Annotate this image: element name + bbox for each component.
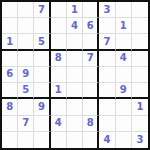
cell-r2c1[interactable] xyxy=(2,18,18,34)
given-digit: 1 xyxy=(6,37,13,47)
cell-r6c8[interactable]: 9 xyxy=(116,83,132,99)
cell-r1c2[interactable] xyxy=(18,2,34,18)
cell-r1c6[interactable] xyxy=(83,2,99,18)
cell-r3c1[interactable]: 1 xyxy=(2,34,18,50)
cell-r7c8[interactable] xyxy=(116,99,132,115)
cell-r3c7[interactable]: 7 xyxy=(99,34,115,50)
cell-r5c5[interactable] xyxy=(67,67,83,83)
cell-r1c3[interactable]: 7 xyxy=(34,2,50,18)
cell-r9c9[interactable]: 3 xyxy=(132,132,148,148)
given-digit: 1 xyxy=(71,5,78,15)
cell-r2c5[interactable]: 4 xyxy=(67,18,83,34)
given-digit: 7 xyxy=(87,53,94,63)
cell-r7c6[interactable] xyxy=(83,99,99,115)
given-digit: 9 xyxy=(120,85,127,95)
cell-r2c8[interactable]: 1 xyxy=(116,18,132,34)
cell-r6c1[interactable] xyxy=(2,83,18,99)
cell-r8c2[interactable]: 7 xyxy=(18,116,34,132)
given-digit: 3 xyxy=(136,135,143,145)
cell-r9c6[interactable] xyxy=(83,132,99,148)
given-digit: 6 xyxy=(6,69,13,79)
cell-r2c7[interactable] xyxy=(99,18,115,34)
given-digit: 8 xyxy=(55,53,62,63)
cell-r6c3[interactable] xyxy=(34,83,50,99)
cell-r4c8[interactable]: 4 xyxy=(116,51,132,67)
cell-r2c4[interactable] xyxy=(51,18,67,34)
given-digit: 1 xyxy=(120,21,127,31)
cell-r2c2[interactable] xyxy=(18,18,34,34)
cell-r4c2[interactable] xyxy=(18,51,34,67)
cell-r7c5[interactable] xyxy=(67,99,83,115)
cell-r2c9[interactable] xyxy=(132,18,148,34)
cell-r7c9[interactable]: 1 xyxy=(132,99,148,115)
cell-r5c6[interactable] xyxy=(83,67,99,83)
cell-r1c4[interactable] xyxy=(51,2,67,18)
cell-r7c4[interactable] xyxy=(51,99,67,115)
given-digit: 9 xyxy=(38,102,45,112)
given-digit: 1 xyxy=(136,102,143,112)
cell-r6c6[interactable] xyxy=(83,83,99,99)
cell-r4c1[interactable] xyxy=(2,51,18,67)
cell-r5c1[interactable]: 6 xyxy=(2,67,18,83)
cell-r9c3[interactable] xyxy=(34,132,50,148)
cell-r3c6[interactable] xyxy=(83,34,99,50)
given-digit: 7 xyxy=(38,5,45,15)
cell-r5c3[interactable] xyxy=(34,67,50,83)
given-digit: 6 xyxy=(87,21,94,31)
cell-r4c9[interactable] xyxy=(132,51,148,67)
cell-r9c4[interactable] xyxy=(51,132,67,148)
cell-r7c2[interactable] xyxy=(18,99,34,115)
sudoku-board: 7134611578746951989174843 xyxy=(0,0,150,150)
given-digit: 8 xyxy=(87,118,94,128)
cell-r1c5[interactable]: 1 xyxy=(67,2,83,18)
cell-r6c5[interactable] xyxy=(67,83,83,99)
cell-r8c9[interactable] xyxy=(132,116,148,132)
cell-r7c7[interactable] xyxy=(99,99,115,115)
given-digit: 5 xyxy=(22,85,29,95)
given-digit: 8 xyxy=(6,102,13,112)
cell-r3c3[interactable]: 5 xyxy=(34,34,50,50)
cell-r5c9[interactable] xyxy=(132,67,148,83)
cell-r1c9[interactable] xyxy=(132,2,148,18)
cell-r9c2[interactable] xyxy=(18,132,34,148)
cell-r1c1[interactable] xyxy=(2,2,18,18)
cell-r5c4[interactable] xyxy=(51,67,67,83)
cell-r2c6[interactable]: 6 xyxy=(83,18,99,34)
given-digit: 9 xyxy=(22,69,29,79)
cell-r3c2[interactable] xyxy=(18,34,34,50)
cell-r3c9[interactable] xyxy=(132,34,148,50)
cell-r3c8[interactable] xyxy=(116,34,132,50)
cell-r8c6[interactable]: 8 xyxy=(83,116,99,132)
cell-r3c5[interactable] xyxy=(67,34,83,50)
cell-r5c7[interactable] xyxy=(99,67,115,83)
cell-r4c3[interactable] xyxy=(34,51,50,67)
cell-r6c7[interactable] xyxy=(99,83,115,99)
cell-r8c7[interactable] xyxy=(99,116,115,132)
cell-r5c2[interactable]: 9 xyxy=(18,67,34,83)
cell-r6c2[interactable]: 5 xyxy=(18,83,34,99)
cell-r9c5[interactable] xyxy=(67,132,83,148)
cell-r3c4[interactable] xyxy=(51,34,67,50)
cell-r6c9[interactable] xyxy=(132,83,148,99)
cell-r9c7[interactable]: 4 xyxy=(99,132,115,148)
cell-r4c7[interactable] xyxy=(99,51,115,67)
cell-r1c7[interactable]: 3 xyxy=(99,2,115,18)
cell-r2c3[interactable] xyxy=(34,18,50,34)
cell-r4c6[interactable]: 7 xyxy=(83,51,99,67)
given-digit: 7 xyxy=(103,37,110,47)
given-digit: 4 xyxy=(55,118,62,128)
given-digit: 3 xyxy=(103,5,110,15)
cell-r4c4[interactable]: 8 xyxy=(51,51,67,67)
cell-r7c1[interactable]: 8 xyxy=(2,99,18,115)
cell-r8c4[interactable]: 4 xyxy=(51,116,67,132)
cell-r7c3[interactable]: 9 xyxy=(34,99,50,115)
cell-r8c3[interactable] xyxy=(34,116,50,132)
given-digit: 4 xyxy=(120,53,127,63)
cell-r8c5[interactable] xyxy=(67,116,83,132)
given-digit: 1 xyxy=(55,85,62,95)
cell-r6c4[interactable]: 1 xyxy=(51,83,67,99)
cell-r8c8[interactable] xyxy=(116,116,132,132)
given-digit: 4 xyxy=(103,135,110,145)
cell-r5c8[interactable] xyxy=(116,67,132,83)
cell-r9c8[interactable] xyxy=(116,132,132,148)
cell-r9c1[interactable] xyxy=(2,132,18,148)
given-digit: 4 xyxy=(71,21,78,31)
cell-r8c1[interactable] xyxy=(2,116,18,132)
cell-r4c5[interactable] xyxy=(67,51,83,67)
given-digit: 5 xyxy=(38,37,45,47)
cell-r1c8[interactable] xyxy=(116,2,132,18)
given-digit: 7 xyxy=(22,118,29,128)
